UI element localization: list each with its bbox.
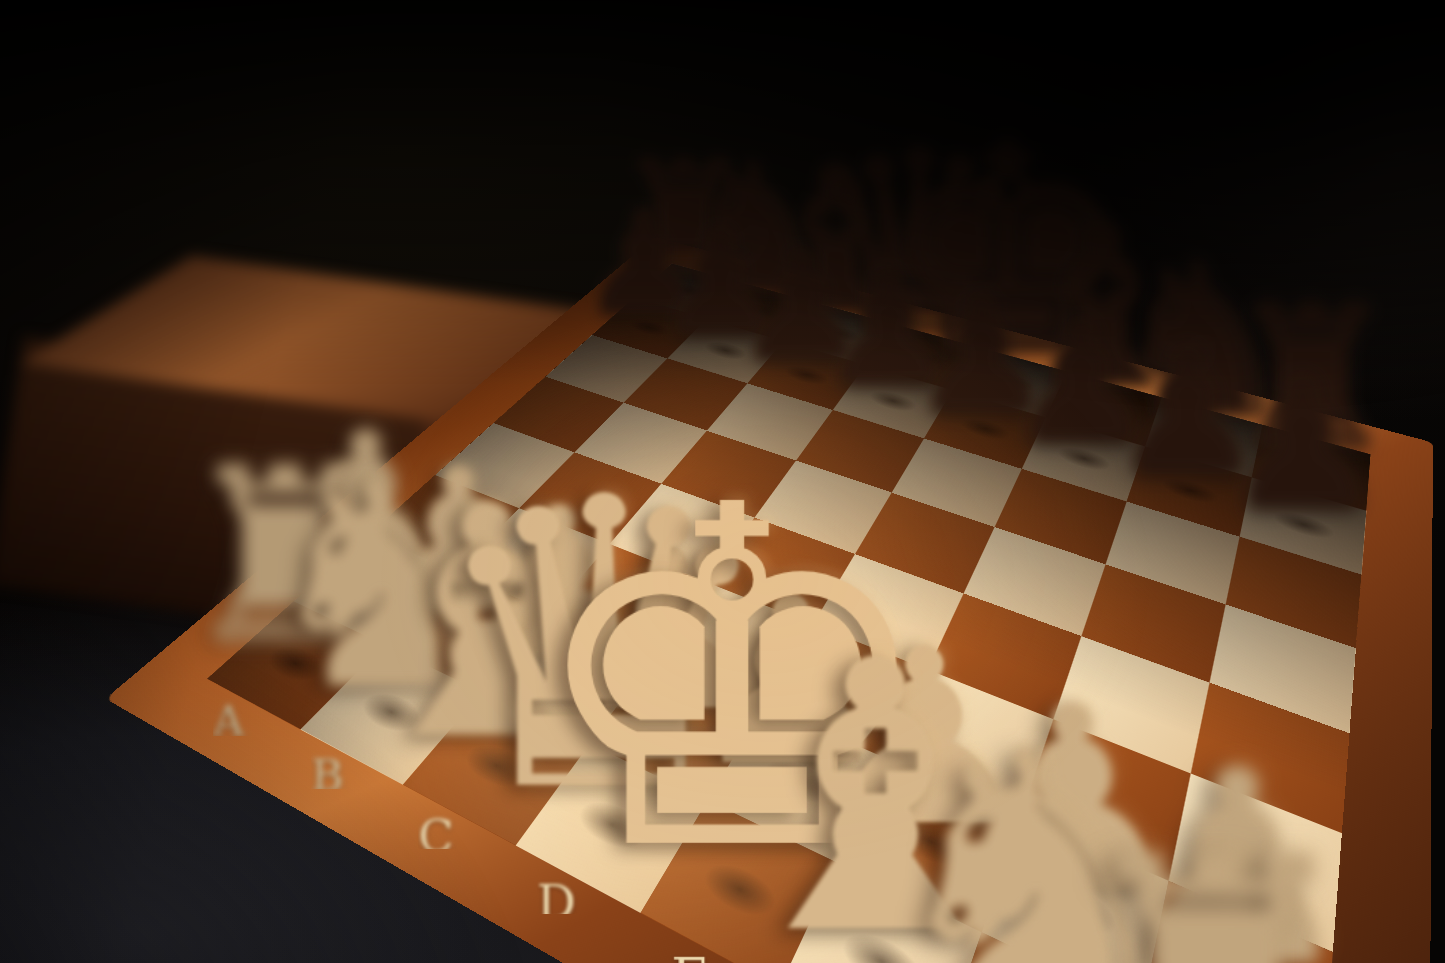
chess-photo-scene: ♜♞♝♛♚♝♞♜♟♟♟♟♟♟♟♟♟♟♟♟♟♟♟♟♜♞♝♛♚♝♞♜ A B C D…: [0, 0, 1445, 963]
file-label-d: D: [537, 874, 576, 930]
file-label-e: E: [671, 947, 709, 963]
black-pawn-h7[interactable]: ♟: [1127, 360, 1445, 532]
white-rook-h1[interactable]: ♜: [924, 823, 1445, 963]
file-label-c: C: [418, 809, 454, 862]
file-label-b: B: [311, 750, 344, 801]
file-label-a: A: [213, 697, 244, 745]
